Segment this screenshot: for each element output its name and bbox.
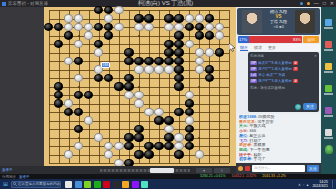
black-stone [104,31,113,39]
chat-username: 黑白世界: [239,120,257,124]
black-stone [195,31,204,39]
black-stone [215,48,224,56]
popup-message-row: Lv6恭喜 棋友*** 升级 [250,73,317,77]
white-stone [104,142,113,150]
taskbar-app-icon-8[interactable] [141,181,148,188]
popup-message-row: VIP用户9***3 进入直播间新 [250,79,317,83]
black-stone [74,125,83,133]
panel-tab-2[interactable]: 更多 [268,44,276,51]
black-stone [164,116,173,124]
panel-tabs: 聊天棋谱更多 [237,44,320,51]
black-stone [174,48,183,56]
black-stone [185,23,194,31]
white-stone [64,14,73,22]
black-stone [94,40,103,48]
chat-text: 中腹大战 [249,124,265,128]
white-stone [174,23,183,31]
white-winrate-segment: 17% [238,36,249,43]
app-icon [2,2,6,6]
black-stone [185,108,194,116]
white-stone [64,57,73,65]
taskbar-app-icon-2[interactable] [84,181,91,188]
black-stone [64,31,73,39]
white-stone [134,99,143,107]
window-title: 弈客围棋 - 对局直播 [8,1,103,6]
black-stone [44,23,53,31]
desktop-icon-1[interactable] [324,41,333,51]
black-stone [154,116,163,124]
black-stone [205,65,214,73]
black-stone [124,142,133,150]
white-stone [114,142,123,150]
white-stone [74,14,83,22]
go-board[interactable]: 188 [44,7,236,166]
panel-tab-1[interactable]: 棋谱 [254,44,262,51]
vip-badge: VIP [250,67,257,71]
black-stone [205,31,214,39]
desktop-icon-label [324,137,333,139]
playback-menu-button-1[interactable]: ▾ [196,168,212,173]
black-stone [154,57,163,65]
white-stone [94,133,103,141]
white-stone [124,91,133,99]
grid-line [49,163,230,164]
chat-text: 精彩 [253,153,261,157]
white-stone [195,57,204,65]
white-stone [185,91,194,99]
black-stone [84,91,93,99]
start-button[interactable]: ⊞ [3,179,8,189]
mouse-cursor [229,43,236,52]
app-window: 弈客围棋 - 对局直播 柯洁(白) VS 丁浩(黑) — □ ✕ 188 直播中… [0,0,336,189]
taskbar-app-icon-4[interactable] [103,181,110,188]
white-stone [144,108,153,116]
chat-username: 小目: [239,129,249,133]
white-stone [64,99,73,107]
desktop-icon-glyph [325,129,332,136]
black-stone [144,57,153,65]
white-stone [74,74,83,82]
panel-tab-0[interactable]: 聊天 [240,44,248,51]
black-stone [195,23,204,31]
desktop-icon-glyph [325,63,332,70]
chat-username: 段子手: [239,153,253,157]
desktop-icon-glyph [325,107,332,114]
chat-text: 黑棋厚 [253,143,265,147]
taskbar-app-icon-0[interactable] [65,181,72,188]
black-stone [174,150,183,158]
red-tag: 新 [293,61,298,65]
black-stone [205,14,214,22]
black-stone [144,150,153,158]
white-stone [164,65,173,73]
white-stone [185,40,194,48]
black-stone [124,57,133,65]
tray-icon-2[interactable]: ◦ [303,182,304,187]
white-stone [174,142,183,150]
taskbar-search[interactable]: 在这里输入你要搜索的内容 [11,181,61,188]
desktop-plant-icon[interactable] [325,145,333,154]
taskbar-app-icon-1[interactable] [75,181,82,188]
white-stone [215,31,224,39]
desktop-icon-glyph [325,41,332,48]
chat-username: 观战: [239,148,249,152]
desktop-icon-glyph [325,85,332,92]
system-notice: 系统：欢迎来到直播间 [250,86,317,90]
playback-menu-button-2[interactable]: ≡ [214,168,230,173]
black-stone [164,57,173,65]
red-tag: 荐 [293,67,298,71]
popup-close-icon[interactable]: ✕ [314,54,317,59]
black-stone [54,82,63,90]
black-stone [104,74,113,82]
vip-badge: Lv6 [250,73,257,77]
black-winrate-segment: 83% [249,36,302,43]
at-mention-icon[interactable]: @ [295,104,301,110]
black-stone [94,74,103,82]
white-stone [164,125,173,133]
chat-username: 初学者: [239,157,253,161]
sync-label: 对局同步 [2,175,16,179]
close-button[interactable]: ✕ [330,0,334,7]
grid-line [159,10,160,163]
white-stone [185,14,194,22]
live-link: 直播中 [19,175,30,179]
black-stone [134,14,143,22]
black-stone [104,23,113,31]
black-stone [174,65,183,73]
maximize-button[interactable]: □ [323,0,326,7]
white-stone [205,23,214,31]
grid-line [49,121,230,122]
playback-bar: 直播中 ▾ ≡ [0,166,236,174]
white-stone [114,6,123,14]
white-stone [84,31,93,39]
desktop-icon-label [324,71,333,73]
black-stone [185,99,194,107]
white-stone [84,116,93,124]
titlebar-extra-icon2[interactable] [307,2,310,5]
title-bar: 弈客围棋 - 对局直播 柯洁(白) VS 丁浩(黑) — □ ✕ [0,0,336,7]
white-stone [154,108,163,116]
black-stone [144,14,153,22]
black-stone [94,6,103,14]
capture-counts: ○0 ●0 [263,24,294,29]
black-stone [134,150,143,158]
desktop-icon-label [324,27,333,29]
black-stone [94,23,103,31]
match-title: 柯洁(白) VS 丁浩(黑) [138,0,193,7]
white-stone [195,65,204,73]
desktop-icon-label [324,49,333,51]
taskbar-clock[interactable]: 14:25 2024/3/21 [312,180,328,188]
popup-title: 系统消息 [250,54,264,59]
black-stone [144,142,153,150]
black-stone [185,125,194,133]
white-stone [64,150,73,158]
slider-thumb[interactable] [150,168,174,173]
enter-room-text: 用户2***1 进入直播间 [258,67,291,71]
taskbar-app-icon-5[interactable] [113,181,120,188]
desktop-icon-0[interactable] [324,19,333,29]
taskbar-app-icon-6[interactable] [122,181,129,188]
white-stone [84,23,93,31]
white-player-avatar [242,10,262,33]
chat-text: 这手厉害 [257,120,273,124]
black-stone [164,48,173,56]
black-stone [64,108,73,116]
star-point [138,86,140,88]
search-placeholder: 在这里输入你要搜索的内容 [18,182,60,186]
black-stone [134,125,143,133]
white-stone [134,23,143,31]
white-stone [114,23,123,31]
white-stone [64,23,73,31]
desktop-icon-5[interactable] [324,129,333,139]
black-stone [124,82,133,90]
right-panel: 柯洁 九段 VS 丁浩 九段 ○0 ●0 17% 83% 点目 聊天棋谱更多 系… [236,7,321,174]
popup-message-row: VIP用户2***1 进入直播间荐 [250,67,317,71]
tray-icon-1[interactable]: ∧ [298,182,301,187]
black-stone [154,142,163,150]
black-stone [124,133,133,141]
desktop-icon-2[interactable] [324,63,333,73]
black-stone [74,91,83,99]
black-stone [124,48,133,56]
star-point [198,137,200,139]
black-stone [164,14,173,22]
white-stone [134,65,143,73]
chat-input[interactable]: 说点什么... [252,165,305,172]
vip-badge: VIP [250,79,257,83]
tray-icon-3[interactable]: ▴ [306,182,308,187]
white-stone [174,133,183,141]
black-stone [174,40,183,48]
count-points-button[interactable]: 点目 [303,36,319,43]
popup-message-row: VIP棋友6***8 进入直播间新 [250,61,317,65]
black-stone [174,57,183,65]
taskbar-app-icon-7[interactable] [132,181,139,188]
black-stone [114,82,123,90]
black-stone [185,133,194,141]
white-stone [205,48,214,56]
chat-username: 爱好者: [239,143,253,147]
black-stone [54,40,63,48]
black-stone [174,31,183,39]
desktop-icon-glyph [325,19,332,26]
desktop-icon-label [324,93,333,95]
white-stone [74,142,83,150]
live-status-label: 直播中 [2,168,13,172]
winrate-bar: 17% 83% 点目 [238,36,319,43]
show-desktop-button[interactable] [332,180,334,188]
desktop-area [321,7,336,174]
black-stone [174,82,183,90]
desktop-icon-3[interactable] [324,85,333,95]
chat-text: 白棋优势 [258,115,274,119]
star-point [138,35,140,37]
minimize-button[interactable]: — [314,0,319,7]
windows-taskbar: ⊞ 在这里输入你要搜索的内容 ∧ ◦ ▴ 14:25 2024/3/21 [0,179,336,189]
chat-message-list[interactable]: 棋迷1988: 白棋优势黑白世界: 这手厉害天元: 中腹大战小目: 666星位:… [237,114,320,162]
black-stone [164,133,173,141]
white-stone [144,23,153,31]
black-stone [124,74,133,82]
black-stone [54,99,63,107]
chat-text: 打劫了 [249,139,261,143]
white-stone [164,23,173,31]
white-stone [104,150,113,158]
chat-text: 666 [249,129,256,133]
black-stone [174,108,183,116]
send-button[interactable]: 发送 [307,165,319,172]
white-stone [104,14,113,22]
grid-line [229,10,230,163]
black-stone [185,142,194,150]
black-stone [164,142,173,150]
left-collapsed-panel [0,7,44,166]
black-stone [134,57,143,65]
last-move-number: 188 [101,62,110,68]
chat-message: 初学者: 学习了 [239,157,318,162]
titlebar-extra-icon[interactable] [300,2,303,5]
chat-username: 星位: [239,134,249,138]
white-stone [215,23,224,31]
taskbar-app-icon-3[interactable] [94,181,101,188]
chat-text: 学习了 [253,157,265,161]
star-point [198,86,200,88]
black-stone [54,23,63,31]
system-message-popup: 系统消息 ✕ VIP棋友6***8 进入直播间新VIP用户2***1 进入直播间… [248,52,319,112]
follow-button[interactable]: 关注 [303,103,317,110]
white-stone [94,48,103,56]
white-stone [185,116,194,124]
white-stone [195,48,204,56]
grid-line [149,10,150,163]
star-point [78,86,80,88]
red-tag: 新 [293,79,298,83]
white-stone [74,23,83,31]
chat-username: 天元: [239,124,249,128]
enter-room-text: 用户9***3 进入直播间 [258,79,291,83]
white-stone [195,150,204,158]
chat-username: 飞刀: [239,139,249,143]
taskbar-app-icons [65,181,148,188]
white-stone [144,65,153,73]
white-stone [195,14,204,22]
black-stone [174,74,183,82]
chat-text: 下一手在哪 [249,148,269,152]
black-stone [205,74,214,82]
black-stone [134,133,143,141]
black-stone [164,40,173,48]
player-card: 柯洁 九段 VS 丁浩 九段 ○0 ●0 [237,8,320,35]
black-player-avatar [295,10,315,33]
chat-composer: 说点什么... 发送 [236,163,321,174]
chat-text: AI怎么说 [249,134,265,138]
black-stone [54,91,63,99]
search-icon [13,182,17,186]
white-stone [74,40,83,48]
emoji-icon[interactable] [238,166,243,171]
vip-badge: VIP [250,61,257,65]
gift-icon[interactable] [245,166,250,171]
desktop-icon-4[interactable] [324,107,333,117]
star-point [78,137,80,139]
black-stone [104,6,113,14]
black-stone [74,108,83,116]
black-stone [174,14,183,22]
enter-room-text: 恭喜 棋友*** 升级 [258,73,285,77]
star-point [78,35,80,37]
enter-room-text: 棋友6***8 进入直播间 [258,61,291,65]
chat-username: 棋迷1988: [239,115,258,119]
white-stone [134,91,143,99]
desktop-icon-label [324,115,333,117]
white-stone [154,65,163,73]
black-stone [74,57,83,65]
move-slider[interactable] [100,169,190,172]
